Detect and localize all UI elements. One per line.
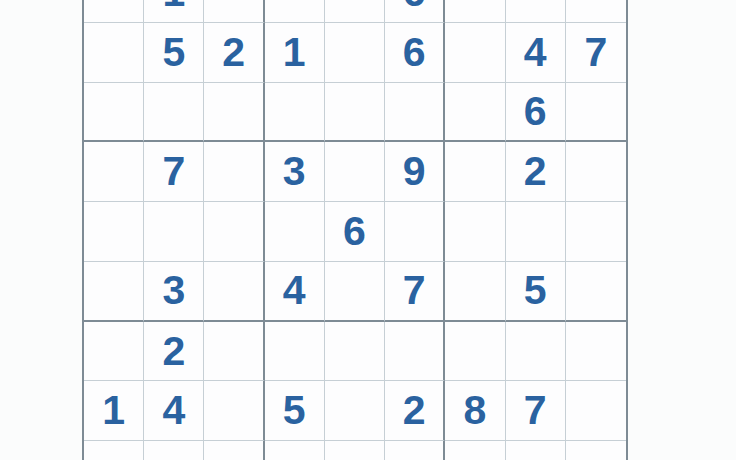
- cell-r9c4[interactable]: [265, 441, 325, 460]
- cell-r2c4[interactable]: 1: [265, 23, 325, 83]
- cell-r4c8[interactable]: 2: [506, 142, 566, 202]
- cell-r8c9[interactable]: [566, 381, 626, 441]
- cell-r2c3[interactable]: 2: [204, 23, 264, 83]
- cell-r8c4[interactable]: 5: [265, 381, 325, 441]
- cell-r4c5[interactable]: [325, 142, 385, 202]
- cell-r4c2[interactable]: 7: [144, 142, 204, 202]
- cell-r9c6[interactable]: [385, 441, 445, 460]
- cell-r6c3[interactable]: [204, 262, 264, 322]
- cell-r7c2[interactable]: 2: [144, 322, 204, 382]
- cell-r8c6[interactable]: 2: [385, 381, 445, 441]
- cell-r6c6[interactable]: 7: [385, 262, 445, 322]
- cell-r3c7[interactable]: [445, 83, 505, 143]
- cell-r1c1[interactable]: [84, 0, 144, 23]
- cell-r1c7[interactable]: [445, 0, 505, 23]
- cell-r5c7[interactable]: [445, 202, 505, 262]
- cell-r5c4[interactable]: [265, 202, 325, 262]
- cell-r5c9[interactable]: [566, 202, 626, 262]
- cell-r5c5[interactable]: 6: [325, 202, 385, 262]
- cell-r4c7[interactable]: [445, 142, 505, 202]
- cell-r7c6[interactable]: [385, 322, 445, 382]
- cell-r7c8[interactable]: [506, 322, 566, 382]
- cell-r1c2[interactable]: 1: [144, 0, 204, 23]
- cell-r2c7[interactable]: [445, 23, 505, 83]
- cell-r7c5[interactable]: [325, 322, 385, 382]
- cell-r5c1[interactable]: [84, 202, 144, 262]
- cell-r1c3[interactable]: [204, 0, 264, 23]
- cell-r5c8[interactable]: [506, 202, 566, 262]
- cell-r2c2[interactable]: 5: [144, 23, 204, 83]
- cell-r9c5[interactable]: [325, 441, 385, 460]
- cell-r3c2[interactable]: [144, 83, 204, 143]
- cell-r9c8[interactable]: [506, 441, 566, 460]
- cell-r6c8[interactable]: 5: [506, 262, 566, 322]
- cell-r3c8[interactable]: 6: [506, 83, 566, 143]
- cell-r8c2[interactable]: 4: [144, 381, 204, 441]
- cell-r1c8[interactable]: [506, 0, 566, 23]
- cell-r6c7[interactable]: [445, 262, 505, 322]
- cell-r2c8[interactable]: 4: [506, 23, 566, 83]
- cell-r3c1[interactable]: [84, 83, 144, 143]
- cell-r5c6[interactable]: [385, 202, 445, 262]
- cell-r7c9[interactable]: [566, 322, 626, 382]
- cell-r7c4[interactable]: [265, 322, 325, 382]
- cell-r6c5[interactable]: [325, 262, 385, 322]
- cell-r4c4[interactable]: 3: [265, 142, 325, 202]
- cell-r6c4[interactable]: 4: [265, 262, 325, 322]
- cell-r9c7[interactable]: [445, 441, 505, 460]
- cell-r5c2[interactable]: [144, 202, 204, 262]
- cell-r4c6[interactable]: 9: [385, 142, 445, 202]
- cell-r3c6[interactable]: [385, 83, 445, 143]
- cell-r3c9[interactable]: [566, 83, 626, 143]
- cell-r8c1[interactable]: 1: [84, 381, 144, 441]
- cell-r7c1[interactable]: [84, 322, 144, 382]
- cell-r8c8[interactable]: 7: [506, 381, 566, 441]
- cell-r1c4[interactable]: [265, 0, 325, 23]
- cell-r7c3[interactable]: [204, 322, 264, 382]
- cell-r4c9[interactable]: [566, 142, 626, 202]
- cell-r7c7[interactable]: [445, 322, 505, 382]
- sudoku-screenshot: 1652164767392634752145287: [0, 0, 736, 460]
- cell-r8c7[interactable]: 8: [445, 381, 505, 441]
- cell-r2c6[interactable]: 6: [385, 23, 445, 83]
- cell-r9c3[interactable]: [204, 441, 264, 460]
- cell-r6c9[interactable]: [566, 262, 626, 322]
- cell-r2c1[interactable]: [84, 23, 144, 83]
- cell-r1c6[interactable]: 6: [385, 0, 445, 23]
- cell-r4c1[interactable]: [84, 142, 144, 202]
- cell-r8c3[interactable]: [204, 381, 264, 441]
- cell-r1c5[interactable]: [325, 0, 385, 23]
- cell-r6c1[interactable]: [84, 262, 144, 322]
- cell-r4c3[interactable]: [204, 142, 264, 202]
- cell-r9c1[interactable]: [84, 441, 144, 460]
- cell-r3c5[interactable]: [325, 83, 385, 143]
- cell-r3c3[interactable]: [204, 83, 264, 143]
- cell-r2c5[interactable]: [325, 23, 385, 83]
- cell-r2c9[interactable]: 7: [566, 23, 626, 83]
- sudoku-board: 1652164767392634752145287: [82, 0, 628, 460]
- cell-r6c2[interactable]: 3: [144, 262, 204, 322]
- cell-r1c9[interactable]: [566, 0, 626, 23]
- cell-r9c2[interactable]: [144, 441, 204, 460]
- cell-r3c4[interactable]: [265, 83, 325, 143]
- cell-r9c9[interactable]: [566, 441, 626, 460]
- cell-r8c5[interactable]: [325, 381, 385, 441]
- cell-r5c3[interactable]: [204, 202, 264, 262]
